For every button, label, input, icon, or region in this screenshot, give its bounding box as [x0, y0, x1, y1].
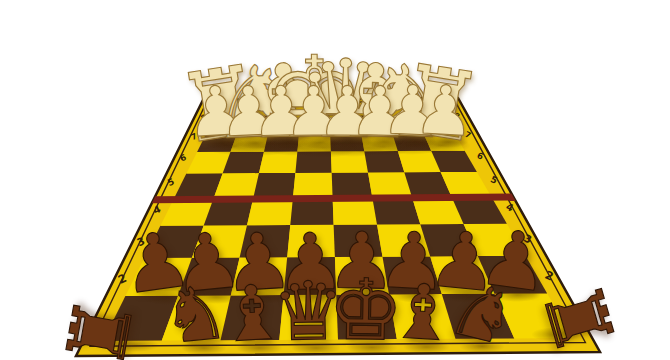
square-f7 — [361, 132, 398, 151]
chess-board: 1122334455667788 — [0, 0, 670, 360]
square-d2 — [284, 257, 337, 295]
square-e6 — [331, 151, 368, 173]
square-c2 — [231, 257, 287, 295]
square-f5 — [368, 172, 412, 196]
square-c7 — [264, 133, 299, 152]
square-d1 — [279, 295, 338, 340]
square-e2 — [335, 257, 389, 295]
square-c6 — [259, 152, 297, 174]
square-f8 — [358, 115, 392, 132]
square-c5 — [253, 173, 295, 198]
square-e3 — [334, 225, 383, 258]
square-d5 — [293, 173, 333, 198]
square-c8 — [268, 116, 301, 133]
chessboard-photo: 1122334455667788 ♜♞♝♚♛♝♞♜♟♟♟♟♟♟♟♟♟♟♟♟♟♟♟… — [0, 0, 670, 360]
square-d8 — [299, 116, 330, 133]
square-d6 — [295, 151, 331, 173]
square-d7 — [297, 132, 331, 151]
square-d3 — [287, 225, 335, 257]
square-e5 — [332, 173, 373, 198]
square-f6 — [364, 151, 404, 173]
square-e1 — [336, 294, 397, 339]
square-e7 — [330, 132, 364, 151]
square-c3 — [240, 225, 291, 258]
square-c1 — [221, 295, 284, 340]
square-e8 — [330, 115, 362, 132]
